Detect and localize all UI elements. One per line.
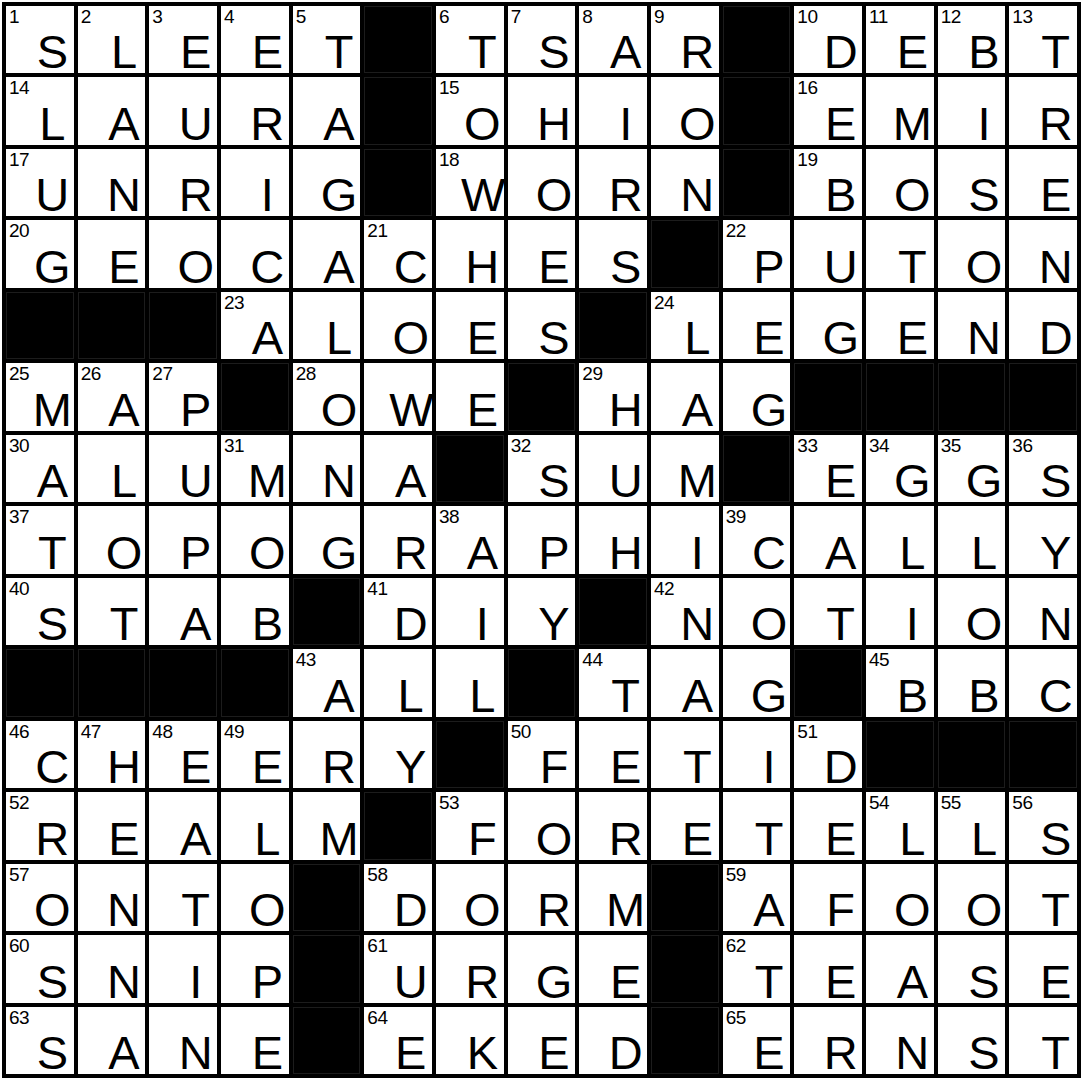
- clue-number-59: 59: [726, 865, 746, 885]
- cell-letter: M: [866, 100, 934, 147]
- cell-r1c13[interactable]: 11E: [866, 6, 934, 73]
- cell-r9c8[interactable]: Y: [508, 578, 576, 645]
- cell-letter: O: [221, 886, 289, 933]
- cell-r11c4[interactable]: 49E: [221, 721, 289, 788]
- cell-r14c4[interactable]: P: [221, 935, 289, 1002]
- cell-r3c5[interactable]: G: [293, 149, 361, 216]
- cell-r8c3[interactable]: P: [149, 506, 217, 573]
- cell-letter: R: [293, 743, 361, 790]
- cell-r6c5[interactable]: 28O: [293, 363, 361, 430]
- clue-number-2: 2: [81, 7, 91, 27]
- cell-r9c15[interactable]: N: [1009, 578, 1077, 645]
- black-cell-r12c6: [364, 792, 432, 859]
- cell-r6c2[interactable]: 26A: [78, 363, 146, 430]
- cell-r11c12[interactable]: 51D: [794, 721, 862, 788]
- cell-r13c14[interactable]: O: [938, 864, 1006, 931]
- cell-letter: R: [651, 28, 719, 75]
- cell-r13c3[interactable]: T: [149, 864, 217, 931]
- cell-r15c12[interactable]: R: [794, 1007, 862, 1074]
- cell-r8c13[interactable]: L: [866, 506, 934, 573]
- cell-letter: T: [579, 672, 647, 719]
- cell-r11c9[interactable]: E: [579, 721, 647, 788]
- cell-r2c4[interactable]: R: [221, 77, 289, 144]
- cell-r12c12[interactable]: E: [794, 792, 862, 859]
- black-cell-r1c6: [364, 6, 432, 73]
- cell-r9c12[interactable]: T: [794, 578, 862, 645]
- clue-number-7: 7: [511, 7, 521, 27]
- cell-letter: W: [364, 386, 432, 433]
- cell-r3c8[interactable]: O: [508, 149, 576, 216]
- cell-r6c1[interactable]: 25M: [6, 363, 74, 430]
- clue-number-17: 17: [9, 150, 29, 170]
- cell-r7c3[interactable]: U: [149, 435, 217, 502]
- cell-r3c7[interactable]: 18W: [436, 149, 504, 216]
- cell-r10c9[interactable]: 44T: [579, 649, 647, 716]
- clue-number-46: 46: [9, 722, 29, 742]
- cell-letter: O: [651, 100, 719, 147]
- cell-r4c13[interactable]: T: [866, 220, 934, 287]
- cell-r10c15[interactable]: C: [1009, 649, 1077, 716]
- cell-r10c11[interactable]: G: [723, 649, 791, 716]
- cell-r8c2[interactable]: O: [78, 506, 146, 573]
- cell-r15c14[interactable]: S: [938, 1007, 1006, 1074]
- cell-letter: M: [579, 886, 647, 933]
- clue-number-54: 54: [869, 793, 889, 813]
- cell-r11c8[interactable]: 50F: [508, 721, 576, 788]
- cell-r5c5[interactable]: L: [293, 292, 361, 359]
- cell-r3c14[interactable]: S: [938, 149, 1006, 216]
- cell-r11c6[interactable]: Y: [364, 721, 432, 788]
- black-cell-r5c2: [78, 292, 146, 359]
- cell-letter: E: [78, 243, 146, 290]
- cell-r1c4[interactable]: 4E: [221, 6, 289, 73]
- cell-r8c4[interactable]: O: [221, 506, 289, 573]
- cell-r9c10[interactable]: 42N: [651, 578, 719, 645]
- black-cell-r14c10: [651, 935, 719, 1002]
- cell-r11c10[interactable]: T: [651, 721, 719, 788]
- cell-letter: O: [866, 886, 934, 933]
- cell-r8c7[interactable]: 38A: [436, 506, 504, 573]
- cell-r5c6[interactable]: O: [364, 292, 432, 359]
- cell-r6c6[interactable]: W: [364, 363, 432, 430]
- cell-r2c10[interactable]: O: [651, 77, 719, 144]
- cell-letter: A: [866, 958, 934, 1005]
- cell-r6c10[interactable]: A: [651, 363, 719, 430]
- cell-letter: N: [78, 171, 146, 218]
- cell-r3c1[interactable]: 17U: [6, 149, 74, 216]
- black-cell-r4c10: [651, 220, 719, 287]
- cell-r8c10[interactable]: I: [651, 506, 719, 573]
- cell-r13c8[interactable]: R: [508, 864, 576, 931]
- cell-r8c5[interactable]: G: [293, 506, 361, 573]
- cell-r5c11[interactable]: E: [723, 292, 791, 359]
- cell-r2c3[interactable]: U: [149, 77, 217, 144]
- cell-letter: S: [938, 171, 1006, 218]
- cell-r12c8[interactable]: O: [508, 792, 576, 859]
- cell-r9c14[interactable]: O: [938, 578, 1006, 645]
- cell-r14c2[interactable]: N: [78, 935, 146, 1002]
- cell-r14c15[interactable]: E: [1009, 935, 1077, 1002]
- cell-r10c7[interactable]: L: [436, 649, 504, 716]
- cell-r5c4[interactable]: 23A: [221, 292, 289, 359]
- cell-r9c2[interactable]: T: [78, 578, 146, 645]
- cell-r15c11[interactable]: 65E: [723, 1007, 791, 1074]
- cell-r1c15[interactable]: 13T: [1009, 6, 1077, 73]
- cell-r9c7[interactable]: I: [436, 578, 504, 645]
- clue-number-28: 28: [296, 364, 316, 384]
- cell-r3c12[interactable]: 19B: [794, 149, 862, 216]
- cell-r1c5[interactable]: 5T: [293, 6, 361, 73]
- clue-number-12: 12: [941, 7, 961, 27]
- clue-number-30: 30: [9, 436, 29, 456]
- black-cell-r6c8: [508, 363, 576, 430]
- cell-r4c12[interactable]: U: [794, 220, 862, 287]
- cell-r2c15[interactable]: R: [1009, 77, 1077, 144]
- cell-r12c10[interactable]: E: [651, 792, 719, 859]
- cell-r12c5[interactable]: M: [293, 792, 361, 859]
- cell-r4c8[interactable]: E: [508, 220, 576, 287]
- cell-r9c1[interactable]: 40S: [6, 578, 74, 645]
- cell-r7c2[interactable]: L: [78, 435, 146, 502]
- cell-letter: A: [293, 672, 361, 719]
- cell-r13c4[interactable]: O: [221, 864, 289, 931]
- cell-letter: O: [866, 171, 934, 218]
- clue-number-62: 62: [726, 936, 746, 956]
- cell-r8c14[interactable]: L: [938, 506, 1006, 573]
- cell-r14c6[interactable]: 61U: [364, 935, 432, 1002]
- cell-r11c2[interactable]: 47H: [78, 721, 146, 788]
- cell-letter: R: [508, 886, 576, 933]
- cell-letter: D: [794, 743, 862, 790]
- cell-r14c14[interactable]: S: [938, 935, 1006, 1002]
- clue-number-47: 47: [81, 722, 101, 742]
- cell-r2c2[interactable]: A: [78, 77, 146, 144]
- cell-letter: A: [651, 672, 719, 719]
- black-cell-r10c1: [6, 649, 74, 716]
- cell-r4c9[interactable]: S: [579, 220, 647, 287]
- cell-letter: R: [579, 815, 647, 862]
- cell-r15c4[interactable]: E: [221, 1007, 289, 1074]
- cell-letter: M: [293, 815, 361, 862]
- cell-r9c11[interactable]: O: [723, 578, 791, 645]
- black-cell-r11c13: [866, 721, 934, 788]
- cell-r14c1[interactable]: 60S: [6, 935, 74, 1002]
- cell-r14c3[interactable]: I: [149, 935, 217, 1002]
- cell-letter: D: [364, 600, 432, 647]
- crossword-grid: 1S2L3E4E5T6T7S8A9R10D11E12B13T14LAURA15O…: [2, 2, 1081, 1078]
- cell-r4c6[interactable]: 21C: [364, 220, 432, 287]
- cell-letter: S: [938, 1029, 1006, 1076]
- cell-r13c1[interactable]: 57O: [6, 864, 74, 931]
- black-cell-r15c10: [651, 1007, 719, 1074]
- cell-r3c10[interactable]: N: [651, 149, 719, 216]
- cell-letter: A: [6, 457, 74, 504]
- cell-r8c6[interactable]: R: [364, 506, 432, 573]
- cell-r11c3[interactable]: 48E: [149, 721, 217, 788]
- cell-r15c7[interactable]: K: [436, 1007, 504, 1074]
- cell-r8c15[interactable]: Y: [1009, 506, 1077, 573]
- cell-r12c11[interactable]: T: [723, 792, 791, 859]
- clue-number-40: 40: [9, 579, 29, 599]
- cell-r4c4[interactable]: C: [221, 220, 289, 287]
- cell-r13c13[interactable]: O: [866, 864, 934, 931]
- cell-r4c5[interactable]: A: [293, 220, 361, 287]
- cell-r7c13[interactable]: 34G: [866, 435, 934, 502]
- cell-r4c1[interactable]: 20G: [6, 220, 74, 287]
- cell-letter: L: [938, 815, 1006, 862]
- cell-r2c12[interactable]: 16E: [794, 77, 862, 144]
- cell-r7c6[interactable]: A: [364, 435, 432, 502]
- cell-r4c2[interactable]: E: [78, 220, 146, 287]
- cell-r7c12[interactable]: 33E: [794, 435, 862, 502]
- clue-number-32: 32: [511, 436, 531, 456]
- black-cell-r11c14: [938, 721, 1006, 788]
- cell-r13c12[interactable]: F: [794, 864, 862, 931]
- cell-r12c4[interactable]: L: [221, 792, 289, 859]
- cell-r15c3[interactable]: N: [149, 1007, 217, 1074]
- cell-r3c3[interactable]: R: [149, 149, 217, 216]
- clue-number-55: 55: [941, 793, 961, 813]
- cell-r10c6[interactable]: L: [364, 649, 432, 716]
- cell-letter: G: [866, 457, 934, 504]
- cell-r1c8[interactable]: 7S: [508, 6, 576, 73]
- cell-r15c2[interactable]: A: [78, 1007, 146, 1074]
- cell-letter: I: [436, 600, 504, 647]
- black-cell-r6c15: [1009, 363, 1077, 430]
- cell-letter: W: [436, 171, 504, 218]
- cell-letter: T: [794, 600, 862, 647]
- cell-letter: E: [866, 28, 934, 75]
- cell-letter: T: [651, 743, 719, 790]
- cell-letter: O: [938, 886, 1006, 933]
- cell-letter: B: [938, 28, 1006, 75]
- cell-r5c14[interactable]: N: [938, 292, 1006, 359]
- cell-r14c11[interactable]: 62T: [723, 935, 791, 1002]
- cell-r9c13[interactable]: I: [866, 578, 934, 645]
- cell-letter: U: [579, 457, 647, 504]
- cell-r6c7[interactable]: E: [436, 363, 504, 430]
- cell-letter: S: [6, 958, 74, 1005]
- clue-number-48: 48: [152, 722, 172, 742]
- cell-r5c10[interactable]: 24L: [651, 292, 719, 359]
- cell-r9c4[interactable]: B: [221, 578, 289, 645]
- cell-letter: A: [364, 457, 432, 504]
- cell-r11c11[interactable]: I: [723, 721, 791, 788]
- cell-r4c7[interactable]: H: [436, 220, 504, 287]
- cell-r3c4[interactable]: I: [221, 149, 289, 216]
- cell-r7c9[interactable]: U: [579, 435, 647, 502]
- clue-number-11: 11: [869, 7, 888, 27]
- cell-letter: O: [149, 243, 217, 290]
- black-cell-r10c3: [149, 649, 217, 716]
- cell-letter: D: [1009, 314, 1077, 361]
- cell-letter: P: [149, 529, 217, 576]
- black-cell-r7c11: [723, 435, 791, 502]
- cell-r1c3[interactable]: 3E: [149, 6, 217, 73]
- cell-letter: R: [579, 171, 647, 218]
- cell-letter: E: [436, 314, 504, 361]
- black-cell-r7c7: [436, 435, 504, 502]
- cell-r2c7[interactable]: 15O: [436, 77, 504, 144]
- cell-letter: G: [794, 314, 862, 361]
- cell-r15c13[interactable]: N: [866, 1007, 934, 1074]
- cell-r14c9[interactable]: E: [579, 935, 647, 1002]
- cell-letter: T: [723, 815, 791, 862]
- cell-r7c10[interactable]: M: [651, 435, 719, 502]
- cell-r10c13[interactable]: 45B: [866, 649, 934, 716]
- black-cell-r5c3: [149, 292, 217, 359]
- cell-r15c6[interactable]: 64E: [364, 1007, 432, 1074]
- clue-number-35: 35: [941, 436, 961, 456]
- cell-r2c8[interactable]: H: [508, 77, 576, 144]
- cell-letter: T: [293, 28, 361, 75]
- clue-number-4: 4: [224, 7, 234, 27]
- cell-letter: E: [579, 743, 647, 790]
- cell-letter: G: [508, 958, 576, 1005]
- cell-r15c1[interactable]: 63S: [6, 1007, 74, 1074]
- cell-r7c14[interactable]: 35G: [938, 435, 1006, 502]
- cell-r6c3[interactable]: 27P: [149, 363, 217, 430]
- cell-r13c15[interactable]: T: [1009, 864, 1077, 931]
- black-cell-r6c4: [221, 363, 289, 430]
- clue-number-26: 26: [81, 364, 101, 384]
- cell-r13c2[interactable]: N: [78, 864, 146, 931]
- cell-r13c6[interactable]: 58D: [364, 864, 432, 931]
- cell-r7c1[interactable]: 30A: [6, 435, 74, 502]
- cell-r10c5[interactable]: 43A: [293, 649, 361, 716]
- cell-r8c9[interactable]: H: [579, 506, 647, 573]
- black-cell-r11c15: [1009, 721, 1077, 788]
- cell-letter: N: [651, 171, 719, 218]
- cell-letter: M: [651, 457, 719, 504]
- cell-r10c14[interactable]: B: [938, 649, 1006, 716]
- cell-r12c3[interactable]: A: [149, 792, 217, 859]
- cell-r8c11[interactable]: 39C: [723, 506, 791, 573]
- cell-letter: A: [149, 600, 217, 647]
- cell-r1c14[interactable]: 12B: [938, 6, 1006, 73]
- clue-number-10: 10: [797, 7, 817, 27]
- cell-r5c15[interactable]: D: [1009, 292, 1077, 359]
- black-cell-r10c2: [78, 649, 146, 716]
- cell-r1c2[interactable]: 2L: [78, 6, 146, 73]
- cell-r15c9[interactable]: D: [579, 1007, 647, 1074]
- cell-r3c9[interactable]: R: [579, 149, 647, 216]
- clue-number-45: 45: [869, 650, 889, 670]
- cell-r3c13[interactable]: O: [866, 149, 934, 216]
- cell-r14c7[interactable]: R: [436, 935, 504, 1002]
- cell-letter: C: [1009, 672, 1077, 719]
- cell-r3c15[interactable]: E: [1009, 149, 1077, 216]
- clue-number-64: 64: [367, 1008, 387, 1028]
- cell-letter: S: [579, 243, 647, 290]
- cell-r10c10[interactable]: A: [651, 649, 719, 716]
- clue-number-61: 61: [367, 936, 387, 956]
- cell-r1c7[interactable]: 6T: [436, 6, 504, 73]
- cell-r8c1[interactable]: 37T: [6, 506, 74, 573]
- cell-r1c10[interactable]: 9R: [651, 6, 719, 73]
- cell-r13c11[interactable]: 59A: [723, 864, 791, 931]
- cell-r1c9[interactable]: 8A: [579, 6, 647, 73]
- cell-r5c8[interactable]: S: [508, 292, 576, 359]
- cell-r5c12[interactable]: G: [794, 292, 862, 359]
- cell-r9c6[interactable]: 41D: [364, 578, 432, 645]
- cell-r13c9[interactable]: M: [579, 864, 647, 931]
- cell-r14c12[interactable]: E: [794, 935, 862, 1002]
- cell-r15c15[interactable]: T: [1009, 1007, 1077, 1074]
- cell-r12c1[interactable]: 52R: [6, 792, 74, 859]
- cell-r12c9[interactable]: R: [579, 792, 647, 859]
- cell-r8c12[interactable]: A: [794, 506, 862, 573]
- cell-r14c13[interactable]: A: [866, 935, 934, 1002]
- black-cell-r6c12: [794, 363, 862, 430]
- cell-letter: E: [78, 815, 146, 862]
- cell-r13c7[interactable]: O: [436, 864, 504, 931]
- cell-r1c1[interactable]: 1S: [6, 6, 74, 73]
- cell-r1c12[interactable]: 10D: [794, 6, 862, 73]
- cell-r12c13[interactable]: 54L: [866, 792, 934, 859]
- cell-r4c14[interactable]: O: [938, 220, 1006, 287]
- cell-r7c8[interactable]: 32S: [508, 435, 576, 502]
- cell-letter: Y: [508, 600, 576, 647]
- cell-letter: T: [723, 958, 791, 1005]
- cell-r4c3[interactable]: O: [149, 220, 217, 287]
- black-cell-r15c5: [293, 1007, 361, 1074]
- cell-r12c7[interactable]: 53F: [436, 792, 504, 859]
- cell-r11c1[interactable]: 46C: [6, 721, 74, 788]
- cell-letter: B: [794, 171, 862, 218]
- cell-r6c11[interactable]: G: [723, 363, 791, 430]
- cell-r12c14[interactable]: 55L: [938, 792, 1006, 859]
- cell-r9c3[interactable]: A: [149, 578, 217, 645]
- clue-number-50: 50: [511, 722, 531, 742]
- cell-letter: N: [78, 886, 146, 933]
- cell-r7c4[interactable]: 31M: [221, 435, 289, 502]
- black-cell-r11c7: [436, 721, 504, 788]
- cell-r12c2[interactable]: E: [78, 792, 146, 859]
- cell-letter: E: [364, 1029, 432, 1076]
- cell-r2c13[interactable]: M: [866, 77, 934, 144]
- cell-r8c8[interactable]: P: [508, 506, 576, 573]
- cell-r12c15[interactable]: 56S: [1009, 792, 1077, 859]
- cell-r4c11[interactable]: 22P: [723, 220, 791, 287]
- cell-r2c9[interactable]: I: [579, 77, 647, 144]
- cell-letter: A: [149, 815, 217, 862]
- cell-letter: O: [508, 815, 576, 862]
- cell-r3c2[interactable]: N: [78, 149, 146, 216]
- cell-letter: E: [794, 815, 862, 862]
- cell-letter: B: [866, 672, 934, 719]
- cell-r11c5[interactable]: R: [293, 721, 361, 788]
- cell-r7c15[interactable]: 36S: [1009, 435, 1077, 502]
- clue-number-22: 22: [726, 221, 746, 241]
- cell-letter: P: [149, 386, 217, 433]
- cell-r2c5[interactable]: A: [293, 77, 361, 144]
- cell-r5c7[interactable]: E: [436, 292, 504, 359]
- cell-r6c9[interactable]: 29H: [579, 363, 647, 430]
- cell-r7c5[interactable]: N: [293, 435, 361, 502]
- cell-letter: I: [149, 958, 217, 1005]
- cell-r2c1[interactable]: 14L: [6, 77, 74, 144]
- cell-letter: O: [436, 100, 504, 147]
- cell-r14c8[interactable]: G: [508, 935, 576, 1002]
- cell-letter: E: [508, 243, 576, 290]
- cell-r15c8[interactable]: E: [508, 1007, 576, 1074]
- cell-r4c15[interactable]: N: [1009, 220, 1077, 287]
- cell-r5c13[interactable]: E: [866, 292, 934, 359]
- cell-letter: R: [794, 1029, 862, 1076]
- cell-r2c14[interactable]: I: [938, 77, 1006, 144]
- cell-letter: F: [436, 815, 504, 862]
